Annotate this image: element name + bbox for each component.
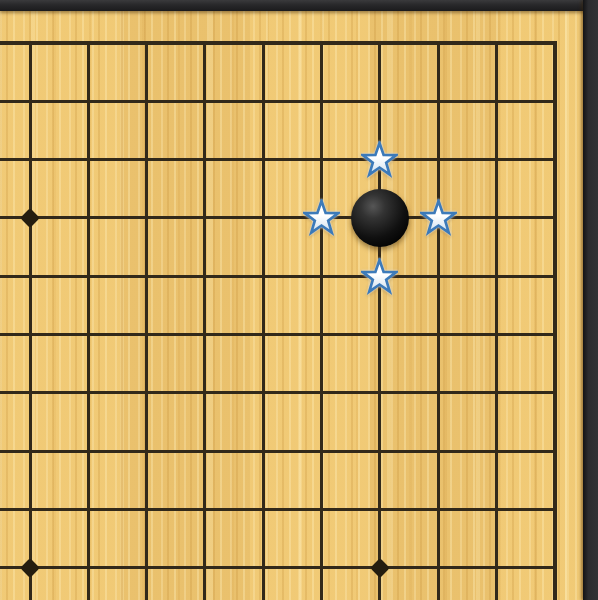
black-stone-Q16 <box>351 189 409 247</box>
go-board <box>0 0 598 600</box>
hoshi-point-K16 <box>20 208 40 228</box>
hoshi-point-K10 <box>20 558 40 578</box>
hoshi-point-Q10 <box>370 558 390 578</box>
grid-line-horizontal <box>0 450 557 453</box>
star-marker-icon-R16[interactable] <box>420 199 457 236</box>
grid-line-vertical <box>437 41 440 600</box>
grid-line-vertical <box>203 41 206 600</box>
grid-line-vertical <box>262 41 265 600</box>
board-frame-right <box>583 0 598 600</box>
grid-line-vertical <box>87 41 90 600</box>
grid-line-horizontal <box>0 100 557 103</box>
grid-line-horizontal <box>0 566 557 569</box>
grid-line-vertical <box>29 41 32 600</box>
grid-line-horizontal <box>0 508 557 511</box>
star-marker-icon-Q15[interactable] <box>361 258 398 295</box>
grid-line-horizontal <box>0 333 557 336</box>
board-frame-top <box>0 0 598 11</box>
star-marker-icon-P16[interactable] <box>303 199 340 236</box>
grid-line-vertical <box>495 41 498 600</box>
grid-line-horizontal <box>0 275 557 278</box>
grid-line-horizontal <box>0 158 557 161</box>
board-layer <box>0 0 598 600</box>
grid-line-horizontal <box>0 216 557 219</box>
grid-line-horizontal <box>0 391 557 394</box>
star-marker-icon-Q17[interactable] <box>361 141 398 178</box>
grid-line-vertical <box>378 41 381 600</box>
grid-line-vertical <box>320 41 323 600</box>
grid-line-horizontal-edge <box>0 41 557 45</box>
grid-line-vertical <box>145 41 148 600</box>
grid-line-vertical-edge <box>553 41 557 600</box>
